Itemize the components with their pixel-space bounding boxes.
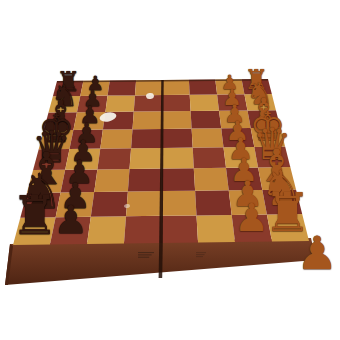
board-square[interactable]: [126, 191, 162, 216]
board-square[interactable]: [124, 216, 161, 244]
board-square[interactable]: [128, 169, 162, 192]
board-square[interactable]: [161, 191, 196, 216]
board-square[interactable]: [193, 147, 226, 168]
piece-black-rook[interactable]: ♜: [11, 189, 59, 242]
board-square[interactable]: [162, 111, 192, 129]
board-square[interactable]: [97, 148, 131, 169]
board-square[interactable]: [100, 129, 132, 148]
board-square[interactable]: [91, 192, 128, 217]
board-square[interactable]: [135, 80, 163, 95]
board-square[interactable]: [162, 148, 194, 169]
board-square[interactable]: [105, 95, 135, 112]
piece-black-pawn[interactable]: ♟: [54, 201, 89, 239]
board-square[interactable]: [94, 169, 129, 192]
hinge-gap-front: [159, 243, 163, 278]
board-square[interactable]: [133, 111, 163, 129]
board-square[interactable]: [161, 215, 198, 243]
board-square[interactable]: [197, 215, 236, 243]
board-square[interactable]: [189, 80, 217, 95]
board-square[interactable]: [195, 190, 232, 215]
off-board-pawn[interactable]: ♟: [296, 230, 337, 276]
board-square[interactable]: [162, 95, 190, 112]
board-square[interactable]: [162, 168, 196, 191]
board-square[interactable]: [190, 95, 219, 112]
board-square[interactable]: [130, 148, 162, 169]
board-square[interactable]: [108, 80, 137, 95]
board-square[interactable]: [162, 129, 193, 148]
board-square[interactable]: [162, 80, 189, 95]
board-square[interactable]: [194, 168, 229, 191]
board-square[interactable]: [191, 111, 222, 129]
board-square[interactable]: [87, 216, 126, 244]
chess-scene: ♜♟♟♜♞♟♟♞♝♟♟♝♚♟♟♚♛♟♟♛♝♟♟♝♞♟♟♞♜♟♟♜♟: [0, 0, 340, 340]
board-square[interactable]: [131, 129, 162, 148]
board-square[interactable]: [192, 128, 224, 147]
